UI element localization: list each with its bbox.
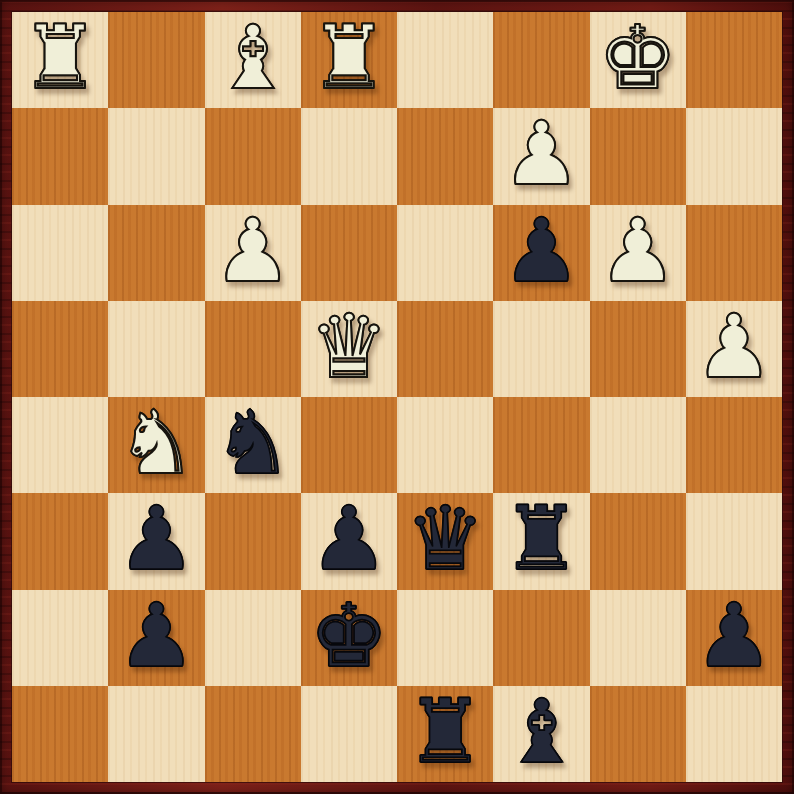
square-h4[interactable] bbox=[686, 397, 782, 493]
square-a4[interactable] bbox=[12, 397, 108, 493]
square-e6[interactable] bbox=[397, 205, 493, 301]
square-c2[interactable] bbox=[205, 590, 301, 686]
square-a1[interactable] bbox=[12, 686, 108, 782]
square-f2[interactable] bbox=[493, 590, 589, 686]
square-d4[interactable] bbox=[301, 397, 397, 493]
square-d1[interactable] bbox=[301, 686, 397, 782]
square-c8[interactable]: ♝ bbox=[205, 12, 301, 108]
black-pawn-h2[interactable]: ♟ bbox=[694, 592, 773, 680]
square-a2[interactable] bbox=[12, 590, 108, 686]
square-b1[interactable] bbox=[108, 686, 204, 782]
square-f7[interactable]: ♟ bbox=[493, 108, 589, 204]
black-knight-c4[interactable]: ♞ bbox=[213, 399, 292, 487]
square-e8[interactable] bbox=[397, 12, 493, 108]
square-e3[interactable]: ♛ bbox=[397, 493, 493, 589]
square-a3[interactable] bbox=[12, 493, 108, 589]
square-d2[interactable]: ♚ bbox=[301, 590, 397, 686]
square-d7[interactable] bbox=[301, 108, 397, 204]
square-b7[interactable] bbox=[108, 108, 204, 204]
square-f5[interactable] bbox=[493, 301, 589, 397]
square-e5[interactable] bbox=[397, 301, 493, 397]
square-c7[interactable] bbox=[205, 108, 301, 204]
square-d6[interactable] bbox=[301, 205, 397, 301]
square-b2[interactable]: ♟ bbox=[108, 590, 204, 686]
square-h6[interactable] bbox=[686, 205, 782, 301]
square-h2[interactable]: ♟ bbox=[686, 590, 782, 686]
square-c4[interactable]: ♞ bbox=[205, 397, 301, 493]
black-rook-e1[interactable]: ♜ bbox=[406, 688, 485, 776]
square-h1[interactable] bbox=[686, 686, 782, 782]
square-e1[interactable]: ♜ bbox=[397, 686, 493, 782]
square-g5[interactable] bbox=[590, 301, 686, 397]
square-d8[interactable]: ♜ bbox=[301, 12, 397, 108]
square-f6[interactable]: ♟ bbox=[493, 205, 589, 301]
square-d5[interactable]: ♛ bbox=[301, 301, 397, 397]
square-h3[interactable] bbox=[686, 493, 782, 589]
black-queen-e3[interactable]: ♛ bbox=[406, 495, 485, 583]
square-b8[interactable] bbox=[108, 12, 204, 108]
square-a5[interactable] bbox=[12, 301, 108, 397]
square-c1[interactable] bbox=[205, 686, 301, 782]
white-knight-b4[interactable]: ♞ bbox=[117, 399, 196, 487]
square-g6[interactable]: ♟ bbox=[590, 205, 686, 301]
square-a6[interactable] bbox=[12, 205, 108, 301]
black-pawn-f6[interactable]: ♟ bbox=[502, 207, 581, 295]
black-bishop-f1[interactable]: ♝ bbox=[502, 688, 581, 776]
square-g8[interactable]: ♚ bbox=[590, 12, 686, 108]
white-pawn-c6[interactable]: ♟ bbox=[213, 207, 292, 295]
square-c5[interactable] bbox=[205, 301, 301, 397]
white-bishop-c8[interactable]: ♝ bbox=[213, 14, 292, 102]
square-b6[interactable] bbox=[108, 205, 204, 301]
square-h8[interactable] bbox=[686, 12, 782, 108]
square-a8[interactable]: ♜ bbox=[12, 12, 108, 108]
square-c3[interactable] bbox=[205, 493, 301, 589]
square-g4[interactable] bbox=[590, 397, 686, 493]
square-g7[interactable] bbox=[590, 108, 686, 204]
square-a7[interactable] bbox=[12, 108, 108, 204]
square-c6[interactable]: ♟ bbox=[205, 205, 301, 301]
square-g3[interactable] bbox=[590, 493, 686, 589]
black-rook-f3[interactable]: ♜ bbox=[502, 495, 581, 583]
white-queen-d5[interactable]: ♛ bbox=[309, 303, 388, 391]
black-pawn-b3[interactable]: ♟ bbox=[117, 495, 196, 583]
square-b3[interactable]: ♟ bbox=[108, 493, 204, 589]
square-b4[interactable]: ♞ bbox=[108, 397, 204, 493]
square-b5[interactable] bbox=[108, 301, 204, 397]
white-king-g8[interactable]: ♚ bbox=[598, 14, 677, 102]
square-d3[interactable]: ♟ bbox=[301, 493, 397, 589]
white-pawn-g6[interactable]: ♟ bbox=[598, 207, 677, 295]
square-e2[interactable] bbox=[397, 590, 493, 686]
white-rook-d8[interactable]: ♜ bbox=[309, 14, 388, 102]
white-rook-a8[interactable]: ♜ bbox=[21, 14, 100, 102]
square-f4[interactable] bbox=[493, 397, 589, 493]
square-h7[interactable] bbox=[686, 108, 782, 204]
square-f8[interactable] bbox=[493, 12, 589, 108]
square-h5[interactable]: ♟ bbox=[686, 301, 782, 397]
black-pawn-d3[interactable]: ♟ bbox=[309, 495, 388, 583]
black-pawn-b2[interactable]: ♟ bbox=[117, 592, 196, 680]
square-f1[interactable]: ♝ bbox=[493, 686, 589, 782]
square-f3[interactable]: ♜ bbox=[493, 493, 589, 589]
square-g1[interactable] bbox=[590, 686, 686, 782]
black-king-d2[interactable]: ♚ bbox=[309, 592, 388, 680]
board-frame: ♜♝♜♚♟♟♟♟♛♟♞♞♟♟♛♜♟♚♟♜♝ bbox=[0, 0, 794, 794]
square-g2[interactable] bbox=[590, 590, 686, 686]
square-e7[interactable] bbox=[397, 108, 493, 204]
square-e4[interactable] bbox=[397, 397, 493, 493]
chess-board: ♜♝♜♚♟♟♟♟♛♟♞♞♟♟♛♜♟♚♟♜♝ bbox=[12, 12, 782, 782]
white-pawn-h5[interactable]: ♟ bbox=[694, 303, 773, 391]
white-pawn-f7[interactable]: ♟ bbox=[502, 110, 581, 198]
